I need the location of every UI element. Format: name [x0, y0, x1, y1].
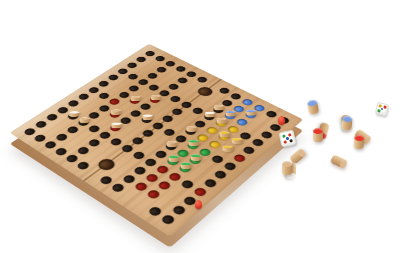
board-hole[interactable] [97, 92, 110, 100]
board-hole[interactable] [98, 131, 112, 140]
tan-peg[interactable] [131, 96, 141, 101]
board-hole[interactable] [241, 98, 254, 106]
board-hole[interactable] [167, 172, 182, 183]
board-hole[interactable] [242, 145, 257, 155]
peg-cap-green [191, 154, 202, 157]
board-hole[interactable] [118, 91, 131, 99]
board-hole[interactable] [65, 154, 80, 164]
board-hole[interactable] [154, 55, 167, 62]
board-hole[interactable] [160, 214, 176, 226]
board-hole[interactable] [251, 138, 265, 148]
peg-cap-yellow [219, 131, 229, 134]
board-hole[interactable] [108, 97, 122, 105]
board-hole[interactable] [126, 73, 139, 81]
board-hole[interactable] [66, 125, 80, 134]
board-hole[interactable] [97, 80, 110, 88]
peg-cap-tan [167, 141, 177, 144]
blue-peg[interactable] [341, 116, 352, 131]
red-latch-pin [278, 116, 285, 125]
board-hole[interactable] [126, 62, 139, 69]
board-hole[interactable] [45, 113, 59, 122]
board-hole[interactable] [162, 128, 176, 137]
board-hole[interactable] [87, 138, 102, 148]
peg-cap-yellow [222, 146, 233, 149]
board-grid[interactable] [10, 44, 303, 237]
green-peg[interactable] [191, 154, 202, 160]
board-hole[interactable] [213, 169, 228, 180]
peg-cap-tan [111, 109, 121, 111]
color-die[interactable] [278, 129, 296, 147]
board-hole[interactable] [229, 92, 242, 100]
green-peg[interactable] [181, 162, 192, 169]
finger-hole[interactable] [95, 157, 118, 172]
board-hole[interactable] [147, 206, 163, 218]
tan-peg[interactable] [186, 126, 196, 132]
board-hole[interactable] [145, 173, 160, 184]
board-hole[interactable] [144, 50, 157, 57]
board-hole[interactable] [122, 174, 137, 185]
peg-cap-tan [131, 96, 141, 98]
peg-cap-green [188, 140, 198, 143]
board-hole[interactable] [180, 101, 194, 109]
board-hole[interactable] [155, 66, 168, 74]
die-pip [288, 133, 291, 136]
board-hole[interactable] [161, 114, 175, 123]
board-hole[interactable] [139, 102, 153, 111]
board-hole[interactable] [55, 133, 69, 142]
board-hole[interactable] [232, 153, 247, 163]
peg-cap-tan [216, 118, 226, 120]
finger-hole[interactable] [195, 86, 215, 98]
die-pip [383, 106, 386, 109]
peg-cap-tan [282, 161, 292, 167]
tan-peg[interactable] [79, 117, 90, 123]
blue-peg[interactable] [246, 110, 257, 116]
board-hole[interactable] [218, 87, 231, 95]
board-hole[interactable] [146, 72, 159, 80]
board-hole[interactable] [109, 137, 124, 147]
yellow-peg[interactable] [219, 131, 230, 137]
yellow-peg[interactable] [222, 146, 233, 152]
board-hole[interactable] [54, 147, 69, 157]
board-hole[interactable] [223, 161, 238, 171]
board-hole[interactable] [151, 121, 165, 130]
board-hole[interactable] [98, 104, 112, 113]
tan-peg[interactable] [216, 118, 226, 124]
board-hole[interactable] [157, 180, 172, 191]
board-hole[interactable] [133, 166, 148, 176]
peg-cap-tan [296, 147, 306, 158]
white-peg[interactable] [143, 115, 153, 121]
board-hole[interactable] [203, 178, 218, 189]
board-hole[interactable] [116, 68, 129, 76]
board-hole[interactable] [76, 146, 91, 156]
tan-peg[interactable] [214, 105, 224, 110]
board-hole[interactable] [56, 106, 70, 115]
board-hole[interactable] [107, 74, 120, 82]
board-hole[interactable] [235, 118, 249, 127]
board-hole[interactable] [110, 182, 126, 193]
board-hole[interactable] [120, 144, 135, 154]
game-board[interactable] [10, 44, 303, 237]
board-hole[interactable] [176, 77, 189, 85]
board-hole[interactable] [127, 84, 140, 92]
board-hole[interactable] [171, 204, 187, 216]
peg-cap-green [181, 162, 192, 165]
board-hole[interactable] [43, 140, 58, 150]
board-hole[interactable] [135, 56, 148, 63]
board-hole[interactable] [260, 130, 274, 139]
board-hole[interactable] [193, 186, 209, 197]
color-die[interactable] [375, 102, 390, 117]
die-pip [285, 136, 288, 139]
board-hole[interactable] [67, 99, 81, 107]
die-pip [289, 139, 292, 142]
tan-peg[interactable] [167, 141, 177, 147]
board-hole[interactable] [77, 93, 91, 101]
board-hole[interactable] [164, 60, 177, 67]
peg-cap-tan [214, 105, 224, 107]
board-hole[interactable] [76, 161, 91, 171]
tan-peg-lying[interactable] [329, 154, 346, 168]
board-hole[interactable] [34, 120, 48, 129]
blue-peg[interactable] [307, 99, 319, 115]
red-peg[interactable] [313, 128, 323, 142]
peg-cap-tan [186, 126, 196, 128]
red-peg[interactable] [353, 135, 364, 150]
tan-peg[interactable] [111, 109, 121, 115]
peg-cap-blue [225, 111, 235, 113]
tan-peg[interactable] [151, 95, 161, 100]
green-peg[interactable] [168, 155, 179, 161]
board-hole[interactable] [99, 175, 114, 186]
white-peg[interactable] [111, 123, 121, 129]
board-hole[interactable] [129, 109, 143, 118]
blue-peg[interactable] [225, 111, 235, 117]
tan-peg[interactable] [282, 161, 292, 175]
board-hole[interactable] [23, 127, 37, 136]
board-hole[interactable] [146, 189, 162, 200]
peg-cap-blue [246, 110, 256, 112]
die-pip [378, 109, 381, 112]
die-pip [380, 107, 383, 110]
board-hole[interactable] [141, 129, 155, 138]
peg-cap-tan [151, 95, 161, 97]
board-hole[interactable] [134, 181, 149, 192]
die-pip [282, 134, 285, 137]
board-hole[interactable] [207, 140, 221, 150]
yellow-peg[interactable] [231, 138, 242, 144]
board-hole[interactable] [154, 150, 169, 160]
board-hole[interactable] [147, 84, 160, 92]
board-hole[interactable] [169, 95, 182, 103]
board-hole[interactable] [170, 107, 184, 116]
peg-cap-white [112, 123, 122, 125]
board-hole[interactable] [265, 110, 279, 119]
peg-cap-tan [338, 158, 347, 169]
board-hole[interactable] [191, 107, 205, 116]
peg-cap-green [168, 155, 179, 158]
scene [0, 0, 400, 253]
green-peg[interactable] [188, 140, 199, 146]
board-hole[interactable] [137, 78, 150, 86]
board-hole[interactable] [87, 124, 101, 133]
board-hole[interactable] [155, 164, 170, 174]
board-hole[interactable] [210, 154, 225, 164]
board-hole[interactable] [174, 65, 187, 73]
peg-cap-white [205, 112, 215, 114]
board-hole[interactable] [132, 151, 147, 161]
board-hole[interactable] [196, 76, 209, 84]
board-hole[interactable] [185, 70, 198, 78]
white-peg[interactable] [205, 112, 215, 118]
board-hole[interactable] [33, 134, 47, 143]
board-hole[interactable] [167, 83, 180, 91]
board-hole[interactable] [87, 86, 100, 94]
red-latch-pin [195, 200, 202, 209]
board-hole[interactable] [205, 126, 219, 135]
board-hole[interactable] [143, 157, 158, 167]
peg-cap-yellow [231, 138, 242, 141]
board-hole[interactable] [131, 136, 145, 145]
white-peg[interactable] [69, 111, 80, 117]
board-hole[interactable] [180, 179, 195, 190]
peg-cap-white [143, 115, 153, 117]
peg-cap-red [313, 128, 323, 134]
die-pip [283, 140, 286, 143]
